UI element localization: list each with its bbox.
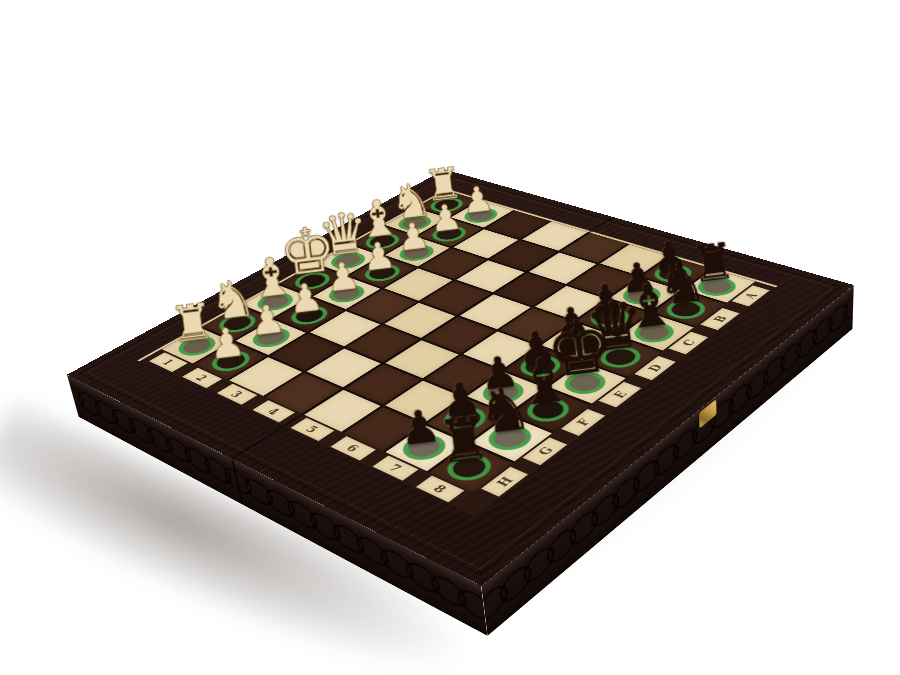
file-label-pad (732, 285, 770, 306)
rank-label: 4 (265, 406, 283, 416)
rank-label: 8 (430, 483, 450, 495)
rank-label: 5 (303, 424, 322, 435)
chess-board: 12345678 ABCDEFGH ♜♞♟♝♟♛♟♚♟♝♟♞♟♟♜♟♟♜♟♟♞♟… (67, 169, 854, 585)
camera-lean: 12345678 ABCDEFGH ♜♞♟♝♟♛♟♚♟♝♟♞♟♟♜♟♟♜♟♟♞♟… (0, 0, 900, 675)
rank-label: 7 (386, 462, 405, 474)
scene-3d: 12345678 ABCDEFGH ♜♞♟♝♟♛♟♚♟♝♟♞♟♟♜♟♟♜♟♟♞♟… (147, 18, 771, 642)
rank-label: 3 (228, 389, 246, 399)
file-label: E (610, 389, 630, 399)
brass-clasp-icon (699, 399, 717, 429)
photo-stage: 12345678 ABCDEFGH ♜♞♟♝♟♛♟♚♟♝♟♞♟♟♜♟♟♜♟♟♞♟… (0, 0, 900, 675)
rank-label: 2 (193, 373, 211, 383)
square-a7[interactable] (641, 256, 710, 288)
square-e4[interactable] (385, 303, 456, 338)
square-g2[interactable] (236, 319, 306, 355)
file-label: B (711, 314, 730, 323)
fold-seam-side (231, 458, 243, 502)
file-label: C (679, 338, 698, 347)
file-label: F (574, 417, 594, 427)
file-label: D (645, 363, 665, 373)
square-b6[interactable] (568, 265, 637, 298)
file-label: H (493, 475, 516, 488)
rank-label: 6 (343, 442, 362, 453)
file-label: G (534, 445, 555, 457)
